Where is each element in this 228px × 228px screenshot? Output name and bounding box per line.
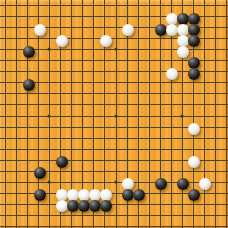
go-board[interactable] [0, 0, 228, 228]
grid-line-horizontal [0, 5, 228, 6]
star-point [114, 114, 117, 117]
white-stone [188, 123, 200, 135]
star-point [48, 180, 51, 183]
black-stone [56, 156, 68, 168]
grid-line-vertical [149, 0, 150, 228]
white-stone [34, 24, 46, 36]
white-stone [177, 46, 189, 58]
black-stone [177, 178, 189, 190]
star-point [48, 114, 51, 117]
grid-line-horizontal [0, 93, 228, 94]
grid-line-vertical [226, 0, 227, 228]
white-stone [199, 178, 211, 190]
screenshot-root [0, 0, 228, 228]
black-stone [34, 167, 46, 179]
grid-line-horizontal [0, 215, 228, 216]
star-point [114, 48, 117, 51]
grid-line-vertical [204, 0, 205, 228]
grid-line-horizontal [0, 204, 228, 205]
white-stone [56, 35, 68, 47]
grid-line-vertical [16, 0, 17, 228]
star-point [180, 114, 183, 117]
black-stone [23, 79, 35, 91]
black-stone [188, 189, 200, 201]
white-stone [166, 68, 178, 80]
white-stone [122, 24, 134, 36]
grid-line-horizontal [0, 226, 228, 227]
grid-line-vertical [27, 0, 28, 228]
grid-line-horizontal [0, 104, 228, 105]
grid-line-vertical [5, 0, 6, 228]
black-stone [100, 200, 112, 212]
white-stone [100, 35, 112, 47]
white-stone [188, 156, 200, 168]
grid-line-horizontal [0, 149, 228, 150]
black-stone [155, 178, 167, 190]
black-stone [34, 189, 46, 201]
black-stone [23, 46, 35, 58]
black-stone [133, 189, 145, 201]
grid-line-vertical [215, 0, 216, 228]
black-stone [188, 68, 200, 80]
star-point [48, 48, 51, 51]
grid-line-horizontal [0, 138, 228, 139]
black-stone [188, 35, 200, 47]
star-point [114, 180, 117, 183]
